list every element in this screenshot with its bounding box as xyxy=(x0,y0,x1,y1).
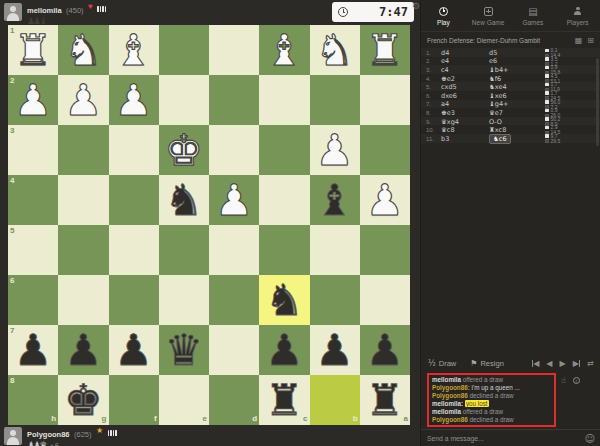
square-e7[interactable]: ♛ xyxy=(159,325,209,375)
black-pawn-h7[interactable]: ♟ xyxy=(8,325,58,375)
square-e6[interactable] xyxy=(159,275,209,325)
square-h8[interactable]: 8h xyxy=(8,375,58,425)
file-label-d: d xyxy=(252,415,257,423)
tab-games[interactable]: ▤ Games xyxy=(511,0,556,31)
square-g5[interactable] xyxy=(58,225,108,275)
game-controls: ½ Draw ⚑ Resign ◀ ◀ ▶ ▶ ⇄ xyxy=(421,355,600,371)
heart-flair-icon: ♥ xyxy=(88,2,93,11)
move-6-white[interactable]: dxe6 xyxy=(441,92,489,100)
square-f1[interactable]: ♝ xyxy=(109,25,159,75)
play-clock-icon xyxy=(439,6,448,17)
emoji-smiley-icon[interactable]: ☺ xyxy=(585,433,595,444)
square-c5[interactable] xyxy=(259,225,309,275)
move-row-6: 6.dxe6♝xe61.724.5 xyxy=(421,91,600,100)
square-f7[interactable]: ♟ xyxy=(109,325,159,375)
chat-message-6: Polygoon86 declined a draw xyxy=(432,416,551,424)
sidebar-tabs: Play New Game ▤ Games Players xyxy=(421,0,600,32)
square-c2[interactable] xyxy=(259,75,309,125)
chat-message-2: Polygoon86: i'm up a queen ... xyxy=(432,384,551,392)
move-row-9: 9.♛xg4O-O50.28.9 xyxy=(421,117,600,126)
square-d3[interactable] xyxy=(209,125,259,175)
white-pawn-h2[interactable]: ♟ xyxy=(8,75,58,125)
move-number: 4. xyxy=(426,76,441,82)
tab-players[interactable]: Players xyxy=(555,0,600,31)
next-move-button[interactable]: ▶ xyxy=(559,359,565,368)
move-row-4: 4.♚e2♞f64.553.1 xyxy=(421,74,600,83)
white-rook-h1[interactable]: ♜ xyxy=(8,25,58,75)
square-a2[interactable] xyxy=(360,75,410,125)
white-king-e3[interactable]: ♚ xyxy=(159,125,209,175)
move-10-black[interactable]: ♜xc8 xyxy=(489,126,545,134)
move-row-10: 10.♛c8♜xc82.914.5 xyxy=(421,125,600,134)
top-player-bar: mellomila (450) ♥ ♟♟♝ 7:47 ⚙ xyxy=(0,0,420,25)
move-9-black[interactable]: O-O xyxy=(489,118,545,126)
rank-label-8: 8 xyxy=(10,377,14,385)
half-point-icon: ½ xyxy=(428,359,436,368)
square-h7[interactable]: 7♟ xyxy=(8,325,58,375)
square-h1[interactable]: 1♜ xyxy=(8,25,58,75)
white-pawn-g2[interactable]: ♟ xyxy=(58,75,108,125)
move-times: 9.729.5 xyxy=(545,134,600,144)
star-flair-icon: ★ xyxy=(96,426,103,435)
square-a6[interactable] xyxy=(360,275,410,325)
flair-bars xyxy=(108,426,118,436)
square-b8[interactable]: b xyxy=(310,375,360,425)
analysis-board-icon[interactable]: ▦ xyxy=(575,36,583,45)
square-d4[interactable]: ♟ xyxy=(209,175,259,225)
white-rook-a1[interactable]: ♜ xyxy=(360,25,410,75)
square-g6[interactable] xyxy=(58,275,108,325)
square-b7[interactable]: ♟ xyxy=(310,325,360,375)
black-pawn-g7[interactable]: ♟ xyxy=(58,325,108,375)
rank-label-3: 3 xyxy=(10,127,14,135)
move-number: 1. xyxy=(426,50,441,56)
flag-icon: ⚑ xyxy=(470,359,477,368)
chat-message-4: mellomila: you lost xyxy=(432,400,551,408)
square-d6[interactable] xyxy=(209,275,259,325)
clock-icon xyxy=(338,7,348,17)
square-c6[interactable]: ♞ xyxy=(259,275,309,325)
move-10-white[interactable]: ♛c8 xyxy=(441,126,489,134)
square-e2[interactable] xyxy=(159,75,209,125)
square-d8[interactable]: d xyxy=(209,375,259,425)
square-a5[interactable] xyxy=(360,225,410,275)
copy-icon[interactable]: ⊞ xyxy=(587,36,594,45)
bottom-captured-pieces: ♟♟♛+6 xyxy=(27,440,118,446)
move-row-1: 1.d4d50.114.4 xyxy=(421,48,600,57)
tab-play[interactable]: Play xyxy=(421,0,466,31)
square-c8[interactable]: c♜ xyxy=(259,375,309,425)
square-e3[interactable]: ♚ xyxy=(159,125,209,175)
move-number: 2. xyxy=(426,58,441,64)
flip-board-icon[interactable]: ⇄ xyxy=(587,359,594,368)
white-pawn-f2[interactable]: ♟ xyxy=(109,75,159,125)
move-1-white[interactable]: d4 xyxy=(441,49,489,57)
rank-label-6: 6 xyxy=(10,277,14,285)
square-e8[interactable]: e xyxy=(159,375,209,425)
file-label-b: b xyxy=(353,415,358,423)
square-a7[interactable]: ♟ xyxy=(360,325,410,375)
black-king-g8[interactable]: ♚ xyxy=(58,375,108,425)
sidebar: Play New Game ▤ Games Players French Def… xyxy=(420,0,600,446)
square-h3[interactable]: 3 xyxy=(8,125,58,175)
chat-annotation-box: mellomila offered a drawPolygoon86: i'm … xyxy=(427,373,556,427)
square-d7[interactable] xyxy=(209,325,259,375)
square-h5[interactable]: 5 xyxy=(8,225,58,275)
square-c7[interactable]: ♟ xyxy=(259,325,309,375)
move-8-white[interactable]: ♚e3 xyxy=(441,109,489,117)
board: 1♜♞♝♝♞♜2♟♟♟3♚♟4♞♟♝♟56♞7♟♟♟♛♟♟♟8hg♚fedc♜b… xyxy=(8,25,410,425)
rank-label-4: 4 xyxy=(10,177,14,185)
square-g7[interactable]: ♟ xyxy=(58,325,108,375)
move-5-black[interactable]: ♞xe4 xyxy=(489,83,545,91)
move-9-white[interactable]: ♛xg4 xyxy=(441,118,489,126)
square-c3[interactable] xyxy=(259,125,309,175)
move-7-white[interactable]: a4 xyxy=(441,100,489,108)
gear-icon[interactable]: ⚙ xyxy=(412,1,420,11)
file-label-e: e xyxy=(203,415,207,423)
black-rook-c8[interactable]: ♜ xyxy=(259,375,309,425)
new-game-icon xyxy=(484,6,493,17)
move-3-black[interactable]: ♝b4+ xyxy=(489,66,545,74)
move-number: 9. xyxy=(426,119,441,125)
move-4-black[interactable]: ♞f6 xyxy=(489,75,545,83)
move-row-11: 11.b3♞c69.729.5 xyxy=(421,134,600,143)
bottom-player-rating: (625) xyxy=(74,430,92,439)
square-c4[interactable] xyxy=(259,175,309,225)
square-b5[interactable] xyxy=(310,225,360,275)
square-h2[interactable]: 2♟ xyxy=(8,75,58,125)
file-label-f: f xyxy=(154,415,157,423)
white-bishop-f1[interactable]: ♝ xyxy=(109,25,159,75)
square-g4[interactable] xyxy=(58,175,108,225)
top-player-name[interactable]: mellomila xyxy=(27,6,62,15)
move-11-white[interactable]: b3 xyxy=(441,135,489,143)
move-number: 8. xyxy=(426,110,441,116)
message-input-row: Send a message... ☺ xyxy=(421,429,600,446)
square-a3[interactable] xyxy=(360,125,410,175)
square-b1[interactable]: ♞ xyxy=(310,25,360,75)
move-11-black[interactable]: ♞c6 xyxy=(489,135,545,143)
black-pawn-b7[interactable]: ♟ xyxy=(310,325,360,375)
info-icon[interactable]: i xyxy=(573,377,580,384)
square-f3[interactable] xyxy=(109,125,159,175)
rank-label-5: 5 xyxy=(10,227,14,235)
scrollbar[interactable] xyxy=(596,58,599,146)
top-player-rating: (450) xyxy=(66,6,84,15)
resign-button[interactable]: ⚑ Resign xyxy=(470,359,504,368)
games-grid-icon: ▤ xyxy=(528,6,537,17)
move-row-3: 3.c4♝b4+0.915.8 xyxy=(421,65,600,74)
opening-row: French Defense: Diemer-Duhm Gambit ▦ ⊞ xyxy=(421,32,600,48)
move-row-2: 2.e4e63.51.2 xyxy=(421,57,600,66)
white-knight-g1[interactable]: ♞ xyxy=(58,25,108,75)
black-pawn-f7[interactable]: ♟ xyxy=(109,325,159,375)
black-pawn-c7[interactable]: ♟ xyxy=(259,325,309,375)
move-number: 3. xyxy=(426,67,441,73)
move-number: 7. xyxy=(426,101,441,107)
white-bishop-c1[interactable]: ♝ xyxy=(259,25,309,75)
square-a4[interactable]: ♟ xyxy=(360,175,410,225)
white-knight-b1[interactable]: ♞ xyxy=(310,25,360,75)
white-clock: 7:47 xyxy=(332,2,414,22)
move-list: 1.d4d50.114.42.e4e63.51.23.c4♝b4+0.915.8… xyxy=(421,48,600,143)
message-input[interactable]: Send a message... xyxy=(427,435,585,442)
square-g1[interactable]: ♞ xyxy=(58,25,108,75)
black-bishop-b4[interactable]: ♝ xyxy=(310,175,360,225)
black-rook-a8[interactable]: ♜ xyxy=(360,375,410,425)
move-row-7: 7.a4♝g4+56.07.2 xyxy=(421,100,600,109)
bottom-player-name[interactable]: Polygoon86 xyxy=(27,430,70,439)
draw-button[interactable]: ½ Draw xyxy=(428,359,456,368)
white-pawn-a4[interactable]: ♟ xyxy=(360,175,410,225)
chat-message-5: mellomila offered a draw xyxy=(432,408,551,416)
white-pawn-d4[interactable]: ♟ xyxy=(209,175,259,225)
move-1-black[interactable]: d5 xyxy=(489,49,545,57)
square-a1[interactable]: ♜ xyxy=(360,25,410,75)
move-8-black[interactable]: ♛e7 xyxy=(489,109,545,117)
move-2-white[interactable]: e4 xyxy=(441,57,489,65)
game-area: mellomila (450) ♥ ♟♟♝ 7:47 ⚙ 1♜♞♝♝♞♜2♟♟♟… xyxy=(0,0,420,446)
square-f5[interactable] xyxy=(109,225,159,275)
thumbs-up-icon[interactable]: ☝ xyxy=(561,376,566,385)
move-7-black[interactable]: ♝g4+ xyxy=(489,100,545,108)
square-d1[interactable] xyxy=(209,25,259,75)
square-f6[interactable] xyxy=(109,275,159,325)
top-player-avatar xyxy=(4,3,22,21)
players-person-icon xyxy=(573,6,582,17)
black-knight-c6[interactable]: ♞ xyxy=(259,275,309,325)
move-4-white[interactable]: ♚e2 xyxy=(441,75,489,83)
black-pawn-a7[interactable]: ♟ xyxy=(360,325,410,375)
move-6-black[interactable]: ♝xe6 xyxy=(489,92,545,100)
file-label-h: h xyxy=(51,415,56,423)
bottom-player-bar: Polygoon86 (625) ★ ♟♟♛+6 8:01 xyxy=(0,425,420,446)
square-h6[interactable]: 6 xyxy=(8,275,58,325)
tab-new-game[interactable]: New Game xyxy=(466,0,511,31)
square-g8[interactable]: g♚ xyxy=(58,375,108,425)
material-advantage: +6 xyxy=(49,442,59,446)
square-a8[interactable]: a♜ xyxy=(360,375,410,425)
square-d2[interactable] xyxy=(209,75,259,125)
flair-bars xyxy=(97,2,107,12)
square-f2[interactable]: ♟ xyxy=(109,75,159,125)
move-row-8: 8.♚e3♛e70.926.0 xyxy=(421,108,600,117)
black-knight-e4[interactable]: ♞ xyxy=(159,175,209,225)
move-number: 11. xyxy=(426,136,441,142)
move-3-white[interactable]: c4 xyxy=(441,66,489,74)
square-g3[interactable] xyxy=(58,125,108,175)
square-f4[interactable] xyxy=(109,175,159,225)
chat-message-1: mellomila offered a draw xyxy=(432,376,551,384)
move-number: 6. xyxy=(426,93,441,99)
square-e1[interactable] xyxy=(159,25,209,75)
square-b3[interactable]: ♟ xyxy=(310,125,360,175)
bottom-player-avatar xyxy=(4,427,22,445)
square-f8[interactable]: f xyxy=(109,375,159,425)
move-2-black[interactable]: e6 xyxy=(489,57,545,65)
square-h4[interactable]: 4 xyxy=(8,175,58,225)
square-g2[interactable]: ♟ xyxy=(58,75,108,125)
first-move-button[interactable]: ◀ xyxy=(532,359,540,368)
chess-app: mellomila (450) ♥ ♟♟♝ 7:47 ⚙ 1♜♞♝♝♞♜2♟♟♟… xyxy=(0,0,600,446)
opening-name: French Defense: Diemer-Duhm Gambit xyxy=(427,37,570,44)
square-e4[interactable]: ♞ xyxy=(159,175,209,225)
square-b6[interactable] xyxy=(310,275,360,325)
move-row-5: 5.cxd5♞xe41.711.9 xyxy=(421,82,600,91)
move-number: 5. xyxy=(426,84,441,90)
square-e5[interactable] xyxy=(159,225,209,275)
move-number: 10. xyxy=(426,127,441,133)
prev-move-button[interactable]: ◀ xyxy=(546,359,552,368)
square-d5[interactable] xyxy=(209,225,259,275)
square-b4[interactable]: ♝ xyxy=(310,175,360,225)
square-b2[interactable] xyxy=(310,75,360,125)
square-c1[interactable]: ♝ xyxy=(259,25,309,75)
chat-message-3: Polygoon86 declined a draw xyxy=(432,392,551,400)
black-queen-e7[interactable]: ♛ xyxy=(159,325,209,375)
white-pawn-b3[interactable]: ♟ xyxy=(310,125,360,175)
move-5-white[interactable]: cxd5 xyxy=(441,83,489,91)
last-move-button[interactable]: ▶ xyxy=(573,359,581,368)
